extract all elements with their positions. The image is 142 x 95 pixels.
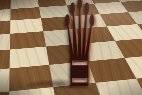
board-square xyxy=(96,79,142,95)
black-queen-glyph: ♛ xyxy=(60,0,82,95)
chess-piece-black-queen[interactable]: ♛ xyxy=(41,0,101,95)
chessboard-photo: ♛ xyxy=(0,0,142,95)
board-square xyxy=(0,91,9,95)
